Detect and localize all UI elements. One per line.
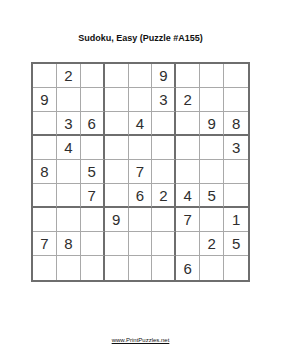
cell-r6c4	[105, 184, 129, 208]
cell-r7c8	[200, 208, 224, 232]
cell-r3c8: 9	[200, 112, 224, 136]
page-title: Sudoku, Easy (Puzzle #A155)	[0, 33, 281, 43]
cell-r3c5: 4	[129, 112, 153, 136]
cell-r6c3: 7	[81, 184, 105, 208]
cell-r7c7: 7	[176, 208, 200, 232]
cell-r9c4	[105, 256, 129, 280]
cell-r2c2	[57, 88, 81, 112]
cell-r2c3	[81, 88, 105, 112]
cell-r9c1	[33, 256, 57, 280]
cell-r5c8	[200, 160, 224, 184]
footer-link[interactable]: www.PrintPuzzles.net	[112, 337, 170, 343]
cell-r8c1: 7	[33, 232, 57, 256]
cell-r4c3	[81, 136, 105, 160]
cell-r7c6	[152, 208, 176, 232]
cell-r8c2: 8	[57, 232, 81, 256]
cell-r9c3	[81, 256, 105, 280]
cell-r9c5	[129, 256, 153, 280]
cell-r5c5: 7	[129, 160, 153, 184]
cell-r3c1	[33, 112, 57, 136]
cell-r8c5	[129, 232, 153, 256]
cell-r1c3	[81, 64, 105, 88]
cell-r5c1: 8	[33, 160, 57, 184]
cell-r4c7	[176, 136, 200, 160]
cell-r8c8: 2	[200, 232, 224, 256]
cell-r3c9: 8	[224, 112, 248, 136]
cell-r9c9	[224, 256, 248, 280]
cell-r2c9	[224, 88, 248, 112]
cell-r3c2: 3	[57, 112, 81, 136]
cell-r8c3	[81, 232, 105, 256]
cell-r6c2	[57, 184, 81, 208]
cell-r2c1: 9	[33, 88, 57, 112]
cell-r4c1	[33, 136, 57, 160]
cell-r1c6: 9	[152, 64, 176, 88]
cell-r5c3: 5	[81, 160, 105, 184]
cell-r4c9: 3	[224, 136, 248, 160]
cell-r5c6	[152, 160, 176, 184]
cell-r2c7: 2	[176, 88, 200, 112]
cell-r7c4: 9	[105, 208, 129, 232]
cell-r5c7	[176, 160, 200, 184]
cell-r3c7	[176, 112, 200, 136]
cell-r4c6	[152, 136, 176, 160]
cell-r7c3	[81, 208, 105, 232]
cell-r3c3: 6	[81, 112, 105, 136]
cell-r1c1	[33, 64, 57, 88]
cell-r1c8	[200, 64, 224, 88]
cell-r6c6: 2	[152, 184, 176, 208]
cell-r1c7	[176, 64, 200, 88]
cell-r8c9: 5	[224, 232, 248, 256]
cell-r8c4	[105, 232, 129, 256]
cell-r5c2	[57, 160, 81, 184]
cell-r2c6: 3	[152, 88, 176, 112]
cell-r2c5	[129, 88, 153, 112]
cell-r4c8	[200, 136, 224, 160]
cell-r6c8: 5	[200, 184, 224, 208]
sudoku-grid: 2993236498438577624597178256	[31, 62, 250, 282]
cell-r4c4	[105, 136, 129, 160]
sudoku-page: { "page": { "title": "Sudoku, Easy (Puzz…	[0, 0, 281, 363]
cell-r7c1	[33, 208, 57, 232]
cell-r2c4	[105, 88, 129, 112]
cell-r7c2	[57, 208, 81, 232]
cell-r1c4	[105, 64, 129, 88]
cell-r1c9	[224, 64, 248, 88]
cell-r7c5	[129, 208, 153, 232]
cell-r4c2: 4	[57, 136, 81, 160]
cell-r7c9: 1	[224, 208, 248, 232]
cell-r9c7: 6	[176, 256, 200, 280]
cell-r5c4	[105, 160, 129, 184]
cell-r8c7	[176, 232, 200, 256]
page-footer: www.PrintPuzzles.net	[0, 337, 281, 343]
cell-r6c9	[224, 184, 248, 208]
cell-r6c7: 4	[176, 184, 200, 208]
cell-r9c2	[57, 256, 81, 280]
cell-r3c4	[105, 112, 129, 136]
cell-r9c6	[152, 256, 176, 280]
cell-r9c8	[200, 256, 224, 280]
cell-r2c8	[200, 88, 224, 112]
cell-r1c2: 2	[57, 64, 81, 88]
cell-r3c6	[152, 112, 176, 136]
cell-r4c5	[129, 136, 153, 160]
cell-r1c5	[129, 64, 153, 88]
cell-r6c1	[33, 184, 57, 208]
cell-r6c5: 6	[129, 184, 153, 208]
cell-r5c9	[224, 160, 248, 184]
cell-r8c6	[152, 232, 176, 256]
